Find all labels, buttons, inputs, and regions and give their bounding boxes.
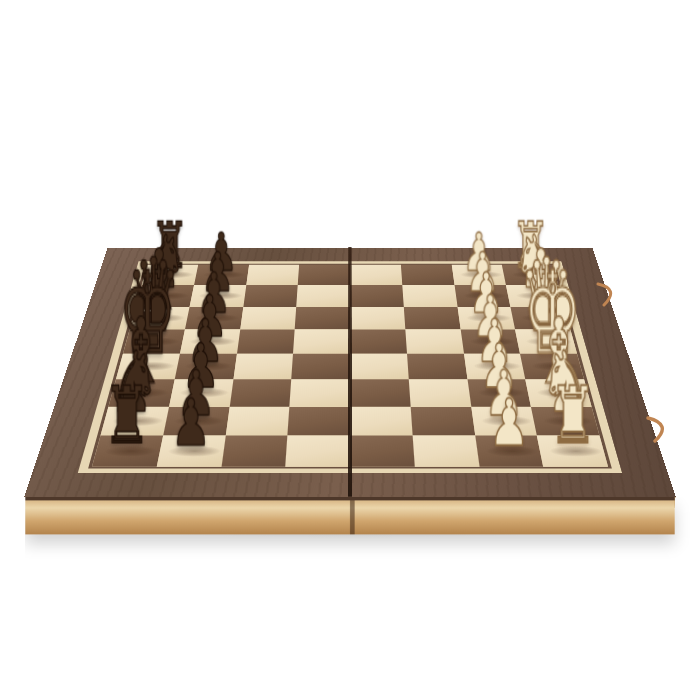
square-a5[interactable]	[298, 265, 350, 285]
white-pawn[interactable]: ♟	[489, 392, 529, 454]
square-e4[interactable]	[350, 354, 409, 380]
square-h5[interactable]	[286, 436, 350, 467]
square-h4[interactable]	[350, 436, 414, 467]
board-fold-seam	[348, 247, 353, 497]
square-d4[interactable]	[350, 329, 407, 353]
square-c5[interactable]	[295, 307, 350, 330]
square-h6[interactable]	[221, 436, 288, 467]
square-f5[interactable]	[290, 379, 350, 406]
square-f4[interactable]	[350, 379, 410, 406]
square-e5[interactable]	[291, 354, 350, 380]
square-b6[interactable]	[243, 285, 298, 307]
chess-board: ♜♟♟♜♞♟♟♞♝♟♟♝♛♟♟♛♚♟♟♚♝♟♟♝♞♟♟♞♜♟♟♜	[24, 248, 676, 497]
box-front-wall	[25, 497, 674, 535]
square-c6[interactable]	[240, 307, 297, 330]
black-rook[interactable]: ♜	[104, 378, 151, 453]
square-b4[interactable]	[350, 285, 404, 307]
square-d5[interactable]	[293, 329, 350, 353]
white-rook[interactable]: ♜	[549, 378, 596, 453]
clasp-icon	[645, 415, 669, 447]
square-h1[interactable]: ♜	[537, 436, 608, 467]
chess-set-photo: ♜♟♟♜♞♟♟♞♝♟♟♝♛♟♟♛♚♟♟♚♝♟♟♝♞♟♟♞♜♟♟♜	[0, 0, 700, 700]
square-f3[interactable]	[409, 379, 471, 406]
clasp-icon	[595, 281, 617, 311]
square-e6[interactable]	[233, 354, 293, 380]
square-f6[interactable]	[229, 379, 291, 406]
square-d6[interactable]	[236, 329, 294, 353]
black-pawn[interactable]: ♟	[171, 392, 211, 454]
square-a4[interactable]	[350, 265, 402, 285]
square-g5[interactable]	[288, 407, 350, 436]
square-d3[interactable]	[405, 329, 463, 353]
scene: ♜♟♟♜♞♟♟♞♝♟♟♝♛♟♟♛♚♟♟♚♝♟♟♝♞♟♟♞♜♟♟♜	[0, 0, 700, 700]
square-h7[interactable]: ♟	[157, 436, 226, 467]
square-b3[interactable]	[402, 285, 457, 307]
square-e3[interactable]	[407, 354, 467, 380]
square-g6[interactable]	[225, 407, 289, 436]
square-b5[interactable]	[296, 285, 350, 307]
square-h3[interactable]	[412, 436, 479, 467]
square-g3[interactable]	[410, 407, 474, 436]
square-a3[interactable]	[401, 265, 454, 285]
square-c4[interactable]	[350, 307, 405, 330]
square-a6[interactable]	[246, 265, 299, 285]
square-c3[interactable]	[404, 307, 461, 330]
square-h2[interactable]: ♟	[475, 436, 544, 467]
square-g4[interactable]	[350, 407, 412, 436]
square-h8[interactable]: ♜	[92, 436, 163, 467]
